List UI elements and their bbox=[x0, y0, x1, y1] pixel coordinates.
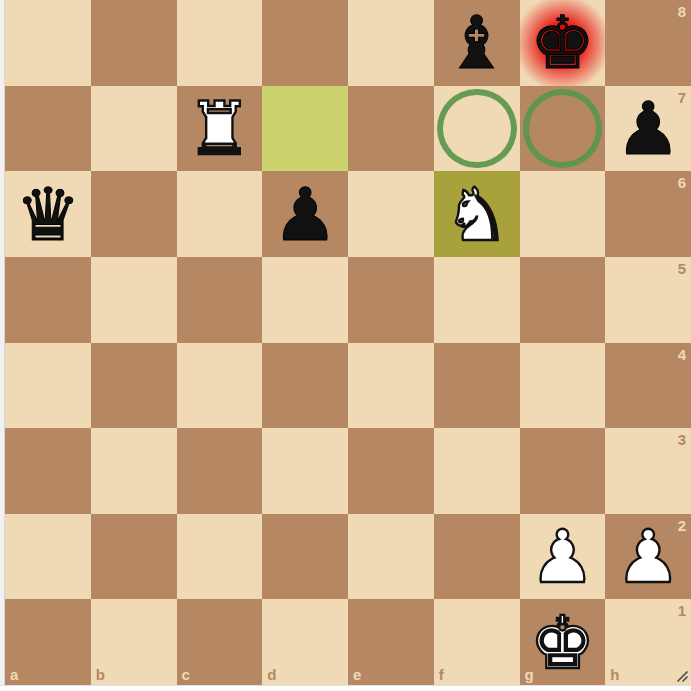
white-knight[interactable]: ♞ bbox=[434, 171, 520, 257]
square-f1[interactable]: f bbox=[434, 599, 520, 685]
rank-label-4: 4 bbox=[678, 347, 686, 362]
rank-label-8: 8 bbox=[678, 4, 686, 19]
black-queen[interactable]: ♛ bbox=[5, 171, 91, 257]
square-e6[interactable] bbox=[348, 171, 434, 257]
square-a7[interactable] bbox=[5, 86, 91, 172]
rank-label-5: 5 bbox=[678, 261, 686, 276]
square-b8[interactable] bbox=[91, 0, 177, 86]
square-d8[interactable] bbox=[262, 0, 348, 86]
file-label-f: f bbox=[439, 667, 444, 682]
file-label-a: a bbox=[10, 667, 18, 682]
rank-label-2: 2 bbox=[678, 518, 686, 533]
rank-label-7: 7 bbox=[678, 90, 686, 105]
square-a6[interactable]: ♛ bbox=[5, 171, 91, 257]
square-f6[interactable]: ♞ bbox=[434, 171, 520, 257]
rank-label-1: 1 bbox=[678, 603, 686, 618]
square-a2[interactable] bbox=[5, 514, 91, 600]
page-left-gutter bbox=[0, 0, 5, 691]
square-g5[interactable] bbox=[520, 257, 606, 343]
square-b1[interactable]: b bbox=[91, 599, 177, 685]
square-d5[interactable] bbox=[262, 257, 348, 343]
square-f5[interactable] bbox=[434, 257, 520, 343]
square-e5[interactable] bbox=[348, 257, 434, 343]
square-f3[interactable] bbox=[434, 428, 520, 514]
square-c4[interactable] bbox=[177, 343, 263, 429]
square-d7[interactable] bbox=[262, 86, 348, 172]
square-a8[interactable] bbox=[5, 0, 91, 86]
square-h1[interactable]: h1 bbox=[605, 599, 691, 685]
square-f2[interactable] bbox=[434, 514, 520, 600]
square-f4[interactable] bbox=[434, 343, 520, 429]
square-b4[interactable] bbox=[91, 343, 177, 429]
rank-label-3: 3 bbox=[678, 432, 686, 447]
black-pawn[interactable]: ♟ bbox=[262, 171, 348, 257]
square-g3[interactable] bbox=[520, 428, 606, 514]
square-e1[interactable]: e bbox=[348, 599, 434, 685]
square-a5[interactable] bbox=[5, 257, 91, 343]
square-h7[interactable]: ♟7 bbox=[605, 86, 691, 172]
white-pawn[interactable]: ♟ bbox=[520, 514, 606, 600]
square-h6[interactable]: 6 bbox=[605, 171, 691, 257]
square-b3[interactable] bbox=[91, 428, 177, 514]
black-king[interactable]: ♚ bbox=[520, 0, 606, 86]
square-a1[interactable]: a bbox=[5, 599, 91, 685]
square-b7[interactable] bbox=[91, 86, 177, 172]
square-b6[interactable] bbox=[91, 171, 177, 257]
file-label-d: d bbox=[267, 667, 276, 682]
square-a4[interactable] bbox=[5, 343, 91, 429]
square-f7[interactable] bbox=[434, 86, 520, 172]
square-a3[interactable] bbox=[5, 428, 91, 514]
square-g2[interactable]: ♟ bbox=[520, 514, 606, 600]
square-e8[interactable] bbox=[348, 0, 434, 86]
square-c3[interactable] bbox=[177, 428, 263, 514]
square-g6[interactable] bbox=[520, 171, 606, 257]
board-resize-handle[interactable] bbox=[675, 669, 689, 683]
square-g1[interactable]: ♚g bbox=[520, 599, 606, 685]
rank-label-6: 6 bbox=[678, 175, 686, 190]
square-c1[interactable]: c bbox=[177, 599, 263, 685]
page-bottom-gutter bbox=[0, 685, 691, 691]
square-c8[interactable] bbox=[177, 0, 263, 86]
square-h4[interactable]: 4 bbox=[605, 343, 691, 429]
square-g4[interactable] bbox=[520, 343, 606, 429]
square-d4[interactable] bbox=[262, 343, 348, 429]
square-e7[interactable] bbox=[348, 86, 434, 172]
square-e4[interactable] bbox=[348, 343, 434, 429]
file-label-h: h bbox=[610, 667, 619, 682]
square-d2[interactable] bbox=[262, 514, 348, 600]
square-c7[interactable]: ♜ bbox=[177, 86, 263, 172]
white-rook[interactable]: ♜ bbox=[177, 86, 263, 172]
square-g7[interactable] bbox=[520, 86, 606, 172]
square-e2[interactable] bbox=[348, 514, 434, 600]
square-d3[interactable] bbox=[262, 428, 348, 514]
square-f8[interactable]: ♝ bbox=[434, 0, 520, 86]
square-h5[interactable]: 5 bbox=[605, 257, 691, 343]
square-d6[interactable]: ♟ bbox=[262, 171, 348, 257]
square-b2[interactable] bbox=[91, 514, 177, 600]
square-d1[interactable]: d bbox=[262, 599, 348, 685]
square-c2[interactable] bbox=[177, 514, 263, 600]
square-h2[interactable]: ♟2 bbox=[605, 514, 691, 600]
file-label-e: e bbox=[353, 667, 361, 682]
square-b5[interactable] bbox=[91, 257, 177, 343]
square-c5[interactable] bbox=[177, 257, 263, 343]
square-c6[interactable] bbox=[177, 171, 263, 257]
square-h8[interactable]: 8 bbox=[605, 0, 691, 86]
chess-board-page: ♝♚8♜♟7♛♟♞6543♟♟2abcdef♚gh1 bbox=[0, 0, 691, 691]
annotation-circle bbox=[523, 89, 603, 169]
file-label-g: g bbox=[525, 667, 534, 682]
file-label-c: c bbox=[182, 667, 190, 682]
black-bishop[interactable]: ♝ bbox=[434, 0, 520, 86]
chess-board: ♝♚8♜♟7♛♟♞6543♟♟2abcdef♚gh1 bbox=[5, 0, 691, 685]
square-g8[interactable]: ♚ bbox=[520, 0, 606, 86]
file-label-b: b bbox=[96, 667, 105, 682]
annotation-circle bbox=[437, 89, 517, 169]
square-e3[interactable] bbox=[348, 428, 434, 514]
square-h3[interactable]: 3 bbox=[605, 428, 691, 514]
